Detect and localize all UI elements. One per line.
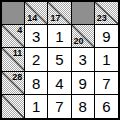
cell-value: 6 [95,99,118,114]
down-clue: 17 [50,14,60,23]
cell-r1c1[interactable]: 3 [25,25,48,48]
cell-r3c2[interactable]: 4 [48,72,71,95]
cell-value: 8 [72,99,94,114]
cell-r2c4[interactable]: 1 [95,48,118,71]
cell-value: 3 [72,52,94,67]
across-clue: 28 [12,73,22,82]
kakuro-board: 1417234312091125312884971786 [0,0,120,120]
cell-r1c3: 20 [72,25,95,48]
cell-r4c4[interactable]: 6 [95,95,118,118]
cell-r0c0 [2,2,25,25]
cell-value: 7 [95,75,118,90]
cell-r3c4[interactable]: 7 [95,72,118,95]
diagonal-line [2,95,24,118]
cell-value: 3 [25,29,47,44]
cell-r4c3[interactable]: 8 [72,95,95,118]
cell-r0c1: 14 [25,2,48,25]
cell-r3c1[interactable]: 8 [25,72,48,95]
cell-value: 9 [95,29,118,44]
cell-value: 7 [48,99,70,114]
cell-r4c1[interactable]: 1 [25,95,48,118]
down-clue: 23 [97,14,107,23]
cell-r1c4[interactable]: 9 [95,25,118,48]
across-clue: 4 [17,26,22,35]
cell-value: 5 [48,52,70,67]
cell-r0c4: 23 [95,2,118,25]
cell-r0c3 [72,2,95,25]
cell-r2c1[interactable]: 2 [25,48,48,71]
down-clue: 14 [27,14,37,23]
cell-r4c2[interactable]: 7 [48,95,71,118]
cell-r1c0: 4 [2,25,25,48]
across-clue: 11 [13,49,23,58]
cell-r1c2[interactable]: 1 [48,25,71,48]
cell-r2c3[interactable]: 3 [72,48,95,71]
cell-r3c0: 28 [2,72,25,95]
cell-r2c2[interactable]: 5 [48,48,71,71]
cell-value: 8 [25,75,47,90]
cell-value: 1 [48,29,70,44]
cell-value: 1 [25,99,47,114]
cell-r4c0 [2,95,25,118]
down-clue: 20 [74,37,84,46]
cell-value: 2 [25,52,47,67]
cell-r2c0: 11 [2,48,25,71]
cell-r0c2: 17 [48,2,71,25]
cell-value: 9 [72,75,94,90]
cell-r3c3[interactable]: 9 [72,72,95,95]
cell-value: 1 [95,52,118,67]
cell-value: 4 [48,75,70,90]
